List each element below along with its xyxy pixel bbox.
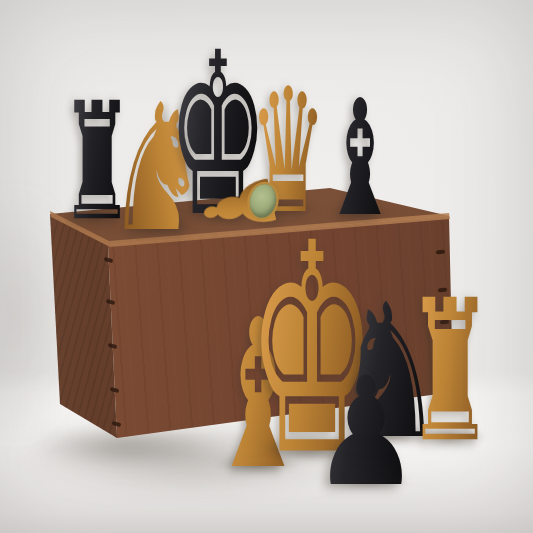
photo-scene: ♜♞♚♛♟♝♝♚♞♟♜	[0, 0, 533, 533]
white-rook-front: ♜	[406, 274, 493, 469]
black-pawn-front: ♟	[312, 357, 420, 507]
pieces-layer: ♜♞♚♛♟♝♝♚♞♟♜	[0, 0, 533, 533]
